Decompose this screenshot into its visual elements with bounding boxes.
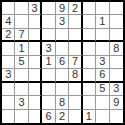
sudoku-cell[interactable] xyxy=(96,96,109,109)
sudoku-cell[interactable]: 7 xyxy=(69,56,82,69)
sudoku-cell[interactable] xyxy=(83,96,96,109)
sudoku-cell[interactable] xyxy=(42,15,55,28)
sudoku-cell[interactable] xyxy=(110,110,123,123)
sudoku-cell[interactable] xyxy=(110,15,123,28)
sudoku-cell[interactable]: 2 xyxy=(2,29,15,42)
sudoku-cell[interactable]: 8 xyxy=(110,42,123,55)
sudoku-cell[interactable] xyxy=(110,2,123,15)
sudoku-cell[interactable]: 2 xyxy=(69,2,82,15)
sudoku-cell[interactable] xyxy=(56,29,69,42)
sudoku-cell[interactable] xyxy=(15,110,28,123)
sudoku-cell[interactable] xyxy=(42,29,55,42)
sudoku-cell[interactable] xyxy=(2,42,15,55)
sudoku-cell[interactable]: 3 xyxy=(56,15,69,28)
sudoku-cell[interactable]: 3 xyxy=(2,69,15,82)
sudoku-cell[interactable]: 3 xyxy=(110,83,123,96)
sudoku-cell[interactable]: 1 xyxy=(96,15,109,28)
sudoku-cell[interactable]: 6 xyxy=(96,69,109,82)
sudoku-cell[interactable]: 8 xyxy=(56,96,69,109)
sudoku-cell[interactable] xyxy=(83,42,96,55)
sudoku-cell[interactable] xyxy=(83,29,96,42)
sudoku-cell[interactable] xyxy=(29,69,42,82)
sudoku-cell[interactable] xyxy=(96,2,109,15)
sudoku-cell[interactable] xyxy=(83,15,96,28)
sudoku-cell[interactable] xyxy=(15,69,28,82)
sudoku-cell[interactable] xyxy=(83,56,96,69)
sudoku-cell[interactable] xyxy=(69,15,82,28)
sudoku-cell[interactable] xyxy=(29,96,42,109)
sudoku-cell[interactable] xyxy=(2,110,15,123)
sudoku-cell[interactable] xyxy=(69,42,82,55)
sudoku-cell[interactable]: 1 xyxy=(42,56,55,69)
sudoku-cell[interactable] xyxy=(110,69,123,82)
sudoku-cell[interactable]: 3 xyxy=(29,2,42,15)
sudoku-cell[interactable]: 5 xyxy=(15,56,28,69)
sudoku-cell[interactable] xyxy=(56,69,69,82)
sudoku-cell[interactable]: 3 xyxy=(15,96,28,109)
sudoku-cell[interactable] xyxy=(96,42,109,55)
sudoku-cell[interactable] xyxy=(29,42,42,55)
sudoku-cell[interactable] xyxy=(83,2,96,15)
sudoku-cell[interactable] xyxy=(69,110,82,123)
sudoku-cell[interactable] xyxy=(2,2,15,15)
sudoku-cell[interactable] xyxy=(96,29,109,42)
sudoku-cell[interactable] xyxy=(29,83,42,96)
sudoku-cell[interactable] xyxy=(83,83,96,96)
sudoku-cell[interactable] xyxy=(96,110,109,123)
sudoku-cell[interactable] xyxy=(69,29,82,42)
sudoku-cell[interactable]: 9 xyxy=(110,96,123,109)
sudoku-cell[interactable]: 6 xyxy=(56,56,69,69)
sudoku-cell[interactable] xyxy=(29,29,42,42)
sudoku-cell[interactable] xyxy=(15,15,28,28)
sudoku-cell[interactable]: 2 xyxy=(56,110,69,123)
sudoku-cell[interactable] xyxy=(83,69,96,82)
sudoku-cell[interactable]: 1 xyxy=(83,110,96,123)
sudoku-cell[interactable] xyxy=(15,2,28,15)
sudoku-cell[interactable] xyxy=(110,29,123,42)
sudoku-cell[interactable]: 1 xyxy=(15,42,28,55)
sudoku-cell[interactable] xyxy=(42,2,55,15)
sudoku-cell[interactable]: 6 xyxy=(42,110,55,123)
sudoku-cell[interactable] xyxy=(2,56,15,69)
sudoku-cell[interactable]: 5 xyxy=(96,83,109,96)
sudoku-cell[interactable] xyxy=(15,83,28,96)
sudoku-cell[interactable] xyxy=(69,96,82,109)
sudoku-cell[interactable] xyxy=(29,110,42,123)
sudoku-cell[interactable]: 3 xyxy=(96,56,109,69)
sudoku-cell[interactable] xyxy=(2,83,15,96)
sudoku-cell[interactable]: 3 xyxy=(42,42,55,55)
sudoku-cell[interactable] xyxy=(42,96,55,109)
sudoku-cell[interactable]: 9 xyxy=(56,2,69,15)
sudoku-cell[interactable] xyxy=(29,15,42,28)
sudoku-cell[interactable] xyxy=(42,83,55,96)
sudoku-cell[interactable]: 8 xyxy=(69,69,82,82)
sudoku-cell[interactable]: 7 xyxy=(15,29,28,42)
sudoku-board: 392431271385167338653389621 xyxy=(0,0,125,125)
sudoku-cell[interactable] xyxy=(42,69,55,82)
sudoku-cell[interactable] xyxy=(29,56,42,69)
sudoku-cell[interactable] xyxy=(69,83,82,96)
sudoku-cell[interactable] xyxy=(110,56,123,69)
sudoku-cell[interactable] xyxy=(2,96,15,109)
sudoku-cell[interactable]: 4 xyxy=(2,15,15,28)
sudoku-cell[interactable] xyxy=(56,83,69,96)
sudoku-cell[interactable] xyxy=(56,42,69,55)
